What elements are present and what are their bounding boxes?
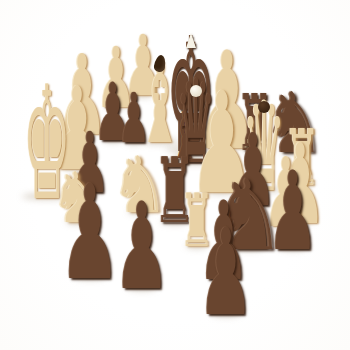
finial-white-spike-icon (186, 33, 196, 48)
chess-glyph-pawn: ♟ (114, 187, 170, 307)
chess-set-product-photo: ♚♟♟♟♟♝♟♟♛♜♟♟♞♞♜♚♛♜♞♟♟♝♟♜♟♟♟♞♝♟♟♟ (0, 0, 350, 350)
chess-glyph-pawn: ♟ (198, 213, 254, 333)
chess-glyph-pawn: ♟ (59, 167, 120, 298)
chess-glyph-pawn: ♟ (268, 157, 319, 266)
